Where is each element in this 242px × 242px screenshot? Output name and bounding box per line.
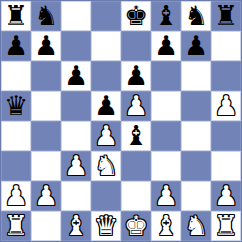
black-pawn-piece: ♟ [4, 32, 28, 59]
black-pawn-piece: ♟ [64, 62, 88, 89]
square-c5[interactable] [61, 91, 91, 121]
square-b8[interactable]: ♞ [31, 1, 61, 31]
square-b1[interactable] [31, 211, 61, 241]
white-knight-piece: ♞ [184, 212, 208, 239]
square-f8[interactable]: ♝ [151, 1, 181, 31]
white-pawn-piece: ♟ [154, 182, 178, 209]
square-e3[interactable] [121, 151, 151, 181]
square-e7[interactable] [121, 31, 151, 61]
square-d1[interactable]: ♛ [91, 211, 121, 241]
square-g3[interactable] [181, 151, 211, 181]
square-b6[interactable] [31, 61, 61, 91]
square-e2[interactable] [121, 181, 151, 211]
black-queen-piece: ♛ [4, 92, 28, 119]
square-h2[interactable]: ♟ [211, 181, 241, 211]
square-c7[interactable] [61, 31, 91, 61]
square-g6[interactable] [181, 61, 211, 91]
white-bishop-piece: ♝ [64, 212, 88, 239]
square-h8[interactable]: ♜ [211, 1, 241, 31]
square-e8[interactable]: ♚ [121, 1, 151, 31]
square-g5[interactable] [181, 91, 211, 121]
square-h6[interactable] [211, 61, 241, 91]
square-g1[interactable]: ♞ [181, 211, 211, 241]
black-knight-piece: ♞ [34, 2, 58, 29]
square-a6[interactable] [1, 61, 31, 91]
white-pawn-piece: ♟ [124, 92, 148, 119]
chess-board: ♜♞♚♝♞♜♟♟♟♟♟♟♛♟♟♟♟♝♟♞♟♟♟♟♜♝♛♚♝♞♜ [0, 0, 242, 242]
square-a5[interactable]: ♛ [1, 91, 31, 121]
square-b7[interactable]: ♟ [31, 31, 61, 61]
square-f5[interactable] [151, 91, 181, 121]
square-d8[interactable] [91, 1, 121, 31]
square-c3[interactable]: ♟ [61, 151, 91, 181]
black-pawn-piece: ♟ [184, 32, 208, 59]
square-d5[interactable]: ♟ [91, 91, 121, 121]
square-b2[interactable]: ♟ [31, 181, 61, 211]
square-d6[interactable] [91, 61, 121, 91]
square-g8[interactable]: ♞ [181, 1, 211, 31]
black-knight-piece: ♞ [184, 2, 208, 29]
white-king-piece: ♚ [124, 212, 148, 239]
square-e5[interactable]: ♟ [121, 91, 151, 121]
square-f7[interactable]: ♟ [151, 31, 181, 61]
white-pawn-piece: ♟ [64, 152, 88, 179]
square-h7[interactable] [211, 31, 241, 61]
white-queen-piece: ♛ [94, 212, 118, 239]
square-c1[interactable]: ♝ [61, 211, 91, 241]
white-pawn-piece: ♟ [34, 182, 58, 209]
black-pawn-piece: ♟ [154, 32, 178, 59]
square-f6[interactable] [151, 61, 181, 91]
black-pawn-piece: ♟ [94, 92, 118, 119]
white-pawn-piece: ♟ [214, 92, 238, 119]
white-pawn-piece: ♟ [214, 182, 238, 209]
square-a1[interactable]: ♜ [1, 211, 31, 241]
square-f3[interactable] [151, 151, 181, 181]
white-pawn-piece: ♟ [94, 122, 118, 149]
square-h1[interactable]: ♜ [211, 211, 241, 241]
black-bishop-piece: ♝ [154, 2, 178, 29]
square-h3[interactable] [211, 151, 241, 181]
square-c6[interactable]: ♟ [61, 61, 91, 91]
black-rook-piece: ♜ [4, 2, 28, 29]
square-b5[interactable] [31, 91, 61, 121]
white-bishop-piece: ♝ [154, 212, 178, 239]
white-rook-piece: ♜ [214, 212, 238, 239]
square-d2[interactable] [91, 181, 121, 211]
square-b4[interactable] [31, 121, 61, 151]
black-rook-piece: ♜ [214, 2, 238, 29]
square-g4[interactable] [181, 121, 211, 151]
white-knight-piece: ♞ [94, 152, 118, 179]
square-c4[interactable] [61, 121, 91, 151]
square-e6[interactable]: ♟ [121, 61, 151, 91]
square-c8[interactable] [61, 1, 91, 31]
square-d7[interactable] [91, 31, 121, 61]
square-f1[interactable]: ♝ [151, 211, 181, 241]
square-d4[interactable]: ♟ [91, 121, 121, 151]
white-rook-piece: ♜ [4, 212, 28, 239]
black-king-piece: ♚ [124, 2, 148, 29]
square-f2[interactable]: ♟ [151, 181, 181, 211]
black-pawn-piece: ♟ [124, 62, 148, 89]
square-a2[interactable]: ♟ [1, 181, 31, 211]
square-d3[interactable]: ♞ [91, 151, 121, 181]
square-c2[interactable] [61, 181, 91, 211]
square-e1[interactable]: ♚ [121, 211, 151, 241]
square-h4[interactable] [211, 121, 241, 151]
square-h5[interactable]: ♟ [211, 91, 241, 121]
square-a4[interactable] [1, 121, 31, 151]
square-b3[interactable] [31, 151, 61, 181]
square-g7[interactable]: ♟ [181, 31, 211, 61]
square-a3[interactable] [1, 151, 31, 181]
square-a7[interactable]: ♟ [1, 31, 31, 61]
black-bishop-piece: ♝ [124, 122, 148, 149]
square-g2[interactable] [181, 181, 211, 211]
square-a8[interactable]: ♜ [1, 1, 31, 31]
square-f4[interactable] [151, 121, 181, 151]
black-pawn-piece: ♟ [34, 32, 58, 59]
square-e4[interactable]: ♝ [121, 121, 151, 151]
white-pawn-piece: ♟ [4, 182, 28, 209]
